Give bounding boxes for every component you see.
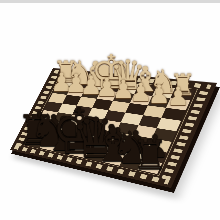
chess-set-photo: ♜♞♝♚♛♝♞♜♟♟♟♟♟♟♟♟♟♟♟♟♟♟♟♟♜♞♝♚♛♝♞♜ bbox=[0, 0, 220, 220]
chess-board bbox=[10, 68, 217, 188]
photo-top-edge bbox=[0, 0, 220, 3]
